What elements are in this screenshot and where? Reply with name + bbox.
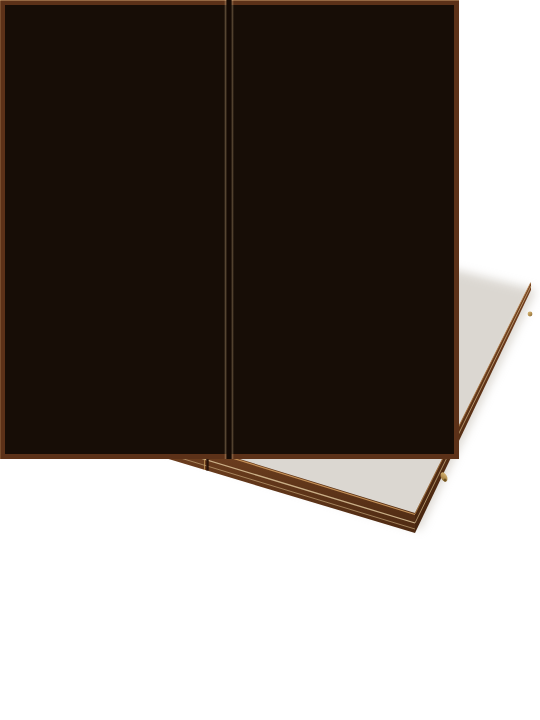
fold-seam [224, 0, 234, 459]
checkers-board [0, 0, 459, 459]
brass-pin-icon [528, 312, 533, 317]
product-photo-stage [0, 0, 540, 720]
